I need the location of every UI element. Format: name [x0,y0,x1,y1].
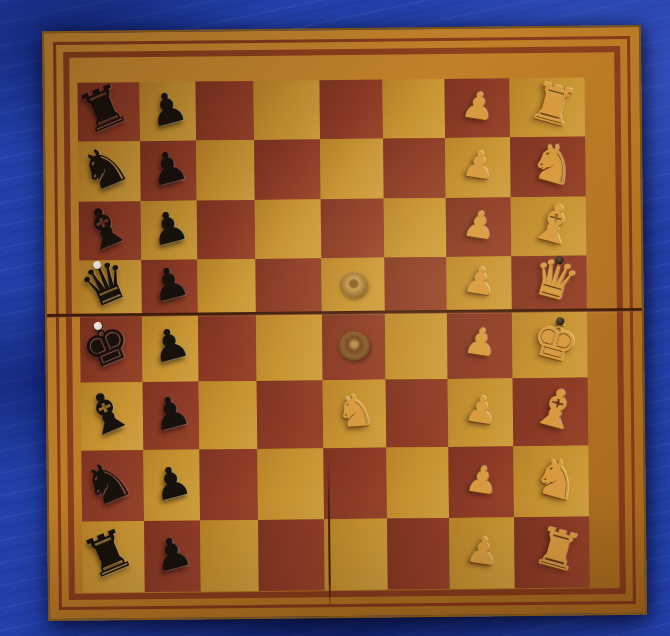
board-grid: ♜♟♟♜♞♟♟♞♝♟♟♝♛♟♟♛♚♟♟♚♝♟♞♟♝♞♟♟♞♜♟♟♜ [77,77,589,592]
square-c6r7[interactable] [386,447,449,519]
square-c7r8[interactable]: ♟ [449,517,515,589]
white-pawn[interactable]: ♟ [461,322,498,362]
square-c4r4[interactable] [255,258,322,313]
square-c1r6[interactable]: ♝ [81,382,144,451]
square-c5r1[interactable] [319,80,383,140]
wood-disc-dark[interactable] [338,331,369,360]
square-c4r1[interactable] [253,80,320,140]
white-rook[interactable]: ♜ [523,73,582,136]
wood-disc-light[interactable] [339,272,366,297]
square-c7r5[interactable]: ♟ [447,310,513,379]
square-c6r6[interactable] [386,379,449,448]
white-pawn[interactable]: ♟ [463,531,500,571]
black-bishop[interactable]: ♝ [74,379,139,447]
square-c2r6[interactable]: ♟ [143,382,200,451]
square-c1r4[interactable]: ♛ [79,260,142,315]
square-c1r5[interactable]: ♚ [80,314,143,383]
black-pawn[interactable]: ♟ [146,259,193,309]
square-c1r8[interactable]: ♜ [82,521,145,593]
black-pawn[interactable]: ♟ [147,320,194,370]
square-c5r8[interactable] [324,519,388,591]
white-king[interactable]: ♚ [525,309,584,372]
square-c6r8[interactable] [387,518,450,590]
square-c7r4[interactable]: ♟ [446,256,512,311]
square-c8r5[interactable]: ♚ [512,309,588,378]
white-finial-dot [93,321,103,331]
square-c8r7[interactable]: ♞ [513,445,589,517]
white-knight[interactable]: ♞ [333,388,376,435]
white-pawn[interactable]: ♟ [460,261,497,301]
square-c7r3[interactable]: ♟ [446,197,512,257]
black-pawn[interactable]: ♟ [144,84,191,134]
square-c2r4[interactable]: ♟ [141,260,198,315]
square-c8r2[interactable]: ♞ [510,136,586,197]
black-queen[interactable]: ♛ [73,250,138,318]
chess-board: ♜♟♟♜♞♟♟♞♝♟♟♝♛♟♟♛♚♟♟♚♝♟♞♟♝♞♟♟♞♜♟♟♜ [42,25,647,621]
white-pawn[interactable]: ♟ [459,86,496,126]
square-c2r2[interactable]: ♟ [140,141,197,202]
white-knight[interactable]: ♞ [527,447,586,510]
black-knight[interactable]: ♞ [72,134,137,202]
black-pawn[interactable]: ♟ [145,203,192,253]
square-c4r7[interactable] [257,448,324,520]
square-c6r4[interactable] [384,257,447,312]
square-c3r5[interactable] [198,313,257,382]
black-knight[interactable]: ♞ [75,449,140,517]
square-c4r8[interactable] [258,519,325,591]
photo-root: { "game": "chess", "scene_description": … [0,0,670,636]
square-c3r3[interactable] [197,200,256,260]
square-c8r6[interactable]: ♝ [513,377,589,446]
black-king[interactable]: ♚ [73,311,138,379]
square-c7r2[interactable]: ♟ [445,137,511,198]
square-c4r3[interactable] [255,199,322,259]
fabric-background: ♜♟♟♜♞♟♟♞♝♟♟♝♛♟♟♛♚♟♟♚♝♟♞♟♝♞♟♟♞♜♟♟♜ [0,0,670,636]
square-c4r2[interactable] [254,139,321,200]
white-pawn[interactable]: ♟ [462,390,499,430]
square-c3r2[interactable] [196,140,255,201]
square-c7r7[interactable]: ♟ [448,446,514,518]
square-c8r8[interactable]: ♜ [514,516,590,588]
dark-finial-dot [555,317,565,327]
square-c8r4[interactable]: ♛ [511,255,587,310]
square-c2r7[interactable]: ♟ [143,450,200,522]
square-c6r3[interactable] [384,198,447,258]
black-pawn[interactable]: ♟ [148,458,195,508]
square-c2r1[interactable]: ♟ [139,82,196,142]
white-finial-dot [92,260,102,270]
square-c6r5[interactable] [385,311,448,380]
black-pawn[interactable]: ♟ [145,143,192,193]
square-c5r6[interactable]: ♞ [323,380,387,449]
square-c5r5[interactable] [322,312,386,381]
square-c2r8[interactable]: ♟ [144,521,201,593]
white-pawn[interactable]: ♟ [460,205,497,245]
square-c3r7[interactable] [199,449,258,521]
white-queen[interactable]: ♛ [525,248,584,311]
square-c3r1[interactable] [195,81,254,141]
square-c4r6[interactable] [257,380,324,449]
white-pawn[interactable]: ♟ [459,145,496,185]
square-c6r2[interactable] [383,138,446,199]
square-c8r1[interactable]: ♜ [509,77,585,137]
square-c3r6[interactable] [199,381,258,450]
square-c5r7[interactable] [323,448,387,520]
square-c6r1[interactable] [382,79,445,139]
black-pawn[interactable]: ♟ [147,388,194,438]
square-c3r8[interactable] [200,520,259,592]
white-knight[interactable]: ♞ [523,132,582,195]
square-c2r3[interactable]: ♟ [141,201,198,261]
white-rook[interactable]: ♜ [528,518,587,581]
square-c1r7[interactable]: ♞ [81,450,144,522]
white-bishop[interactable]: ♝ [526,377,585,440]
square-c2r5[interactable]: ♟ [142,314,199,383]
square-c7r6[interactable]: ♟ [448,378,514,447]
square-c5r3[interactable] [321,199,385,259]
square-c4r5[interactable] [256,312,323,381]
black-rook[interactable]: ♜ [76,520,141,588]
square-c5r4[interactable] [321,258,385,313]
square-c7r1[interactable]: ♟ [444,78,510,138]
dark-finial-dot [554,256,564,266]
white-bishop[interactable]: ♝ [524,192,583,255]
white-pawn[interactable]: ♟ [463,460,500,500]
black-pawn[interactable]: ♟ [149,529,196,579]
square-c3r4[interactable] [197,259,256,314]
square-c5r2[interactable] [320,139,384,200]
